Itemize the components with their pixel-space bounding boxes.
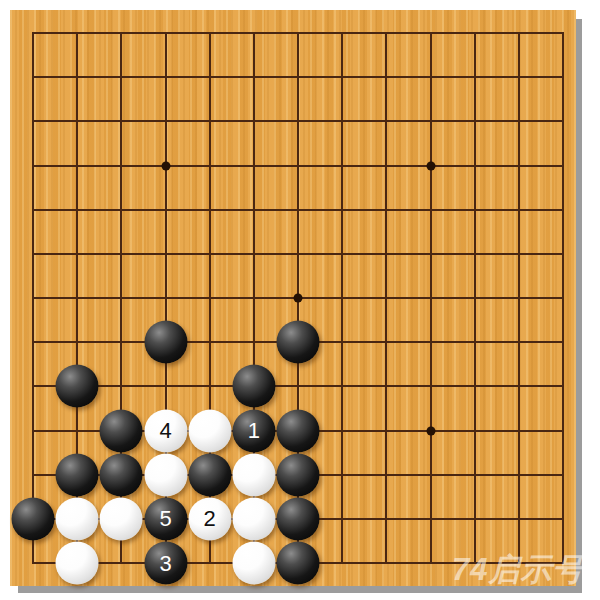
move-number-label: 2	[204, 508, 216, 530]
black-stone	[188, 453, 231, 496]
black-stone	[12, 497, 55, 540]
black-stone: 1	[232, 409, 275, 452]
black-stone: 3	[144, 542, 187, 585]
grid-line-vertical	[474, 32, 476, 564]
white-stone	[56, 497, 99, 540]
move-number-label: 4	[159, 420, 171, 442]
white-stone	[144, 453, 187, 496]
star-point	[294, 294, 303, 303]
white-stone: 2	[188, 497, 231, 540]
black-stone	[100, 453, 143, 496]
black-stone	[277, 409, 320, 452]
grid-line-horizontal	[32, 385, 564, 387]
black-stone	[100, 409, 143, 452]
white-stone	[188, 409, 231, 452]
black-stone: 5	[144, 497, 187, 540]
black-stone	[277, 542, 320, 585]
page-background: 41523 74启示号	[0, 0, 600, 600]
black-stone	[232, 365, 275, 408]
grid-line-vertical	[430, 32, 432, 564]
star-point	[161, 161, 170, 170]
move-number-label: 3	[159, 552, 171, 574]
black-stone	[277, 321, 320, 364]
move-number-label: 5	[159, 508, 171, 530]
black-stone	[56, 365, 99, 408]
white-stone	[232, 497, 275, 540]
black-stone	[144, 321, 187, 364]
grid-line-vertical	[562, 32, 564, 564]
star-point	[426, 426, 435, 435]
grid-line-vertical	[385, 32, 387, 564]
white-stone: 4	[144, 409, 187, 452]
black-stone	[277, 497, 320, 540]
go-board[interactable]: 41523	[10, 10, 576, 586]
white-stone	[56, 542, 99, 585]
move-number-label: 1	[248, 420, 260, 442]
black-stone	[56, 453, 99, 496]
white-stone	[100, 497, 143, 540]
star-point	[426, 161, 435, 170]
grid-line-vertical	[341, 32, 343, 564]
white-stone	[232, 542, 275, 585]
grid-line-vertical	[518, 32, 520, 564]
white-stone	[232, 453, 275, 496]
black-stone	[277, 453, 320, 496]
